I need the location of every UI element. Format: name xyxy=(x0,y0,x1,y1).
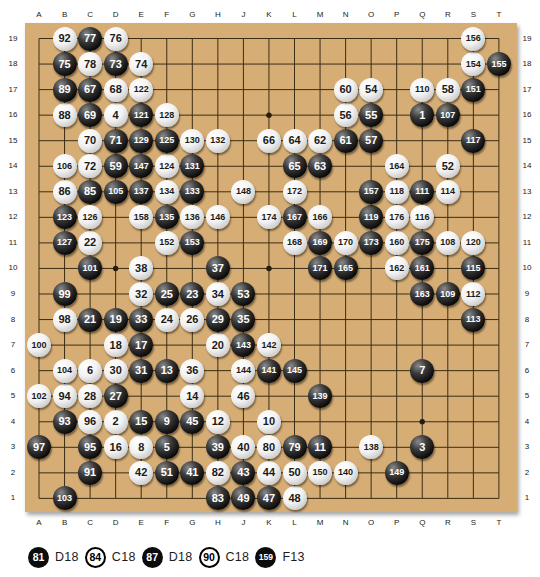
stone-P10[interactable]: 162 xyxy=(385,256,409,280)
caption-stone: 90 xyxy=(199,547,220,568)
stone-G8[interactable]: 26 xyxy=(180,308,204,332)
stone-move-number: 175 xyxy=(415,238,430,247)
stone-move-number: 133 xyxy=(185,187,200,196)
stone-move-number: 30 xyxy=(110,365,122,376)
coord-label: 17 xyxy=(517,85,537,95)
coord-label: G xyxy=(182,518,202,528)
stone-D18[interactable]: 73 xyxy=(104,52,128,76)
stone-C4[interactable]: 96 xyxy=(78,410,102,434)
stone-move-number: 139 xyxy=(313,392,328,401)
stone-E15[interactable]: 129 xyxy=(129,129,153,153)
stone-move-number: 61 xyxy=(339,135,351,146)
stone-move-number: 146 xyxy=(210,213,225,222)
coord-label: M xyxy=(310,518,330,528)
stone-N15[interactable]: 61 xyxy=(334,129,358,153)
stone-move-number: 166 xyxy=(313,213,328,222)
stone-L15[interactable]: 64 xyxy=(283,129,307,153)
stone-B12[interactable]: 123 xyxy=(53,205,77,229)
coord-label: 7 xyxy=(517,340,537,350)
stone-move-number: 154 xyxy=(466,60,481,69)
stone-move-number: 12 xyxy=(212,416,224,427)
coord-label: 1 xyxy=(517,493,537,503)
coord-label: J xyxy=(233,518,253,528)
stone-move-number: 85 xyxy=(84,186,96,197)
stone-move-number: 46 xyxy=(237,391,249,402)
stone-move-number: 132 xyxy=(210,136,225,145)
stone-move-number: 55 xyxy=(365,110,377,121)
stone-H8[interactable]: 29 xyxy=(206,308,230,332)
stone-move-number: 41 xyxy=(186,467,198,478)
stone-move-number: 5 xyxy=(164,442,170,453)
stone-H9[interactable]: 34 xyxy=(206,282,230,306)
stone-Q13[interactable]: 111 xyxy=(410,180,434,204)
caption-stone: 87 xyxy=(142,547,163,568)
stone-S17[interactable]: 151 xyxy=(461,78,485,102)
stone-move-number: 2 xyxy=(113,416,119,427)
stone-C6[interactable]: 6 xyxy=(78,359,102,383)
stone-P11[interactable]: 160 xyxy=(385,231,409,255)
stone-move-number: 129 xyxy=(134,136,149,145)
stone-move-number: 104 xyxy=(57,366,72,375)
stone-move-number: 158 xyxy=(134,213,149,222)
stone-move-number: 108 xyxy=(440,238,455,247)
stone-D13[interactable]: 105 xyxy=(104,180,128,204)
stone-move-number: 107 xyxy=(440,111,455,120)
coord-label: K xyxy=(259,10,279,20)
stone-L14[interactable]: 65 xyxy=(283,154,307,178)
stone-P12[interactable]: 176 xyxy=(385,205,409,229)
stone-move-number: 94 xyxy=(58,391,70,402)
stone-move-number: 3 xyxy=(419,442,425,453)
stone-move-number: 136 xyxy=(185,213,200,222)
stone-H2[interactable]: 82 xyxy=(206,461,230,485)
stone-J8[interactable]: 35 xyxy=(231,308,255,332)
stone-G4[interactable]: 45 xyxy=(180,410,204,434)
stone-move-number: 37 xyxy=(212,263,224,274)
stone-move-number: 50 xyxy=(288,467,300,478)
stone-move-number: 103 xyxy=(57,494,72,503)
stone-move-number: 126 xyxy=(83,213,98,222)
stone-move-number: 156 xyxy=(466,34,481,43)
stone-H3[interactable]: 39 xyxy=(206,435,230,459)
stone-R16[interactable]: 107 xyxy=(436,103,460,127)
stone-move-number: 144 xyxy=(236,366,251,375)
caption-coordinate: C18 xyxy=(226,550,250,564)
coord-label: M xyxy=(310,10,330,20)
stone-move-number: 83 xyxy=(212,493,224,504)
stone-move-number: 106 xyxy=(57,162,72,171)
stone-B8[interactable]: 98 xyxy=(53,308,77,332)
stone-A7[interactable]: 100 xyxy=(27,333,51,357)
stone-K2[interactable]: 44 xyxy=(257,461,281,485)
stone-move-number: 47 xyxy=(263,493,275,504)
stone-C11[interactable]: 22 xyxy=(78,231,102,255)
stone-B5[interactable]: 94 xyxy=(53,384,77,408)
coord-label: 8 xyxy=(517,315,537,325)
stone-move-number: 15 xyxy=(135,416,147,427)
caption-coordinate: D18 xyxy=(55,550,79,564)
stone-move-number: 143 xyxy=(236,341,251,350)
coord-label: R xyxy=(438,518,458,528)
stone-F9[interactable]: 25 xyxy=(155,282,179,306)
stone-move-number: 24 xyxy=(161,314,173,325)
stone-L1[interactable]: 48 xyxy=(283,486,307,510)
stone-move-number: 96 xyxy=(84,416,96,427)
coord-label: 10 xyxy=(3,263,23,273)
stone-G6[interactable]: 36 xyxy=(180,359,204,383)
stone-move-number: 32 xyxy=(135,289,147,300)
stone-move-number: 77 xyxy=(84,33,96,44)
stone-move-number: 79 xyxy=(288,442,300,453)
stone-move-number: 75 xyxy=(58,59,70,70)
stone-move-number: 157 xyxy=(364,187,379,196)
stone-M11[interactable]: 169 xyxy=(308,231,332,255)
stone-E4[interactable]: 15 xyxy=(129,410,153,434)
go-board[interactable]: 1234567891011121314151617181920212223242… xyxy=(25,23,517,512)
stone-move-number: 49 xyxy=(237,493,249,504)
stone-move-number: 71 xyxy=(110,135,122,146)
coord-label: Q xyxy=(412,518,432,528)
stone-N2[interactable]: 140 xyxy=(334,461,358,485)
stone-move-number: 69 xyxy=(84,110,96,121)
stone-R14[interactable]: 52 xyxy=(436,154,460,178)
stone-B19[interactable]: 92 xyxy=(53,27,77,51)
stone-move-number: 134 xyxy=(159,187,174,196)
stone-move-number: 14 xyxy=(186,391,198,402)
coord-label: R xyxy=(438,10,458,20)
stone-F4[interactable]: 9 xyxy=(155,410,179,434)
stone-N16[interactable]: 56 xyxy=(334,103,358,127)
coord-label: 13 xyxy=(3,187,23,197)
stone-F8[interactable]: 24 xyxy=(155,308,179,332)
stone-C15[interactable]: 70 xyxy=(78,129,102,153)
stone-D4[interactable]: 2 xyxy=(104,410,128,434)
stone-E9[interactable]: 32 xyxy=(129,282,153,306)
stone-D3[interactable]: 16 xyxy=(104,435,128,459)
stone-D6[interactable]: 30 xyxy=(104,359,128,383)
coord-label: 11 xyxy=(517,238,537,248)
stone-R11[interactable]: 108 xyxy=(436,231,460,255)
coord-label: S xyxy=(463,518,483,528)
coord-label: P xyxy=(387,10,407,20)
stone-B6[interactable]: 104 xyxy=(53,359,77,383)
stone-H7[interactable]: 20 xyxy=(206,333,230,357)
stone-move-number: 53 xyxy=(237,289,249,300)
stone-H15[interactable]: 132 xyxy=(206,129,230,153)
coord-label: H xyxy=(208,10,228,20)
stone-move-number: 9 xyxy=(164,416,170,427)
stone-move-number: 11 xyxy=(314,442,326,453)
coord-label: 19 xyxy=(517,34,537,44)
stone-K7[interactable]: 142 xyxy=(257,333,281,357)
stone-move-number: 152 xyxy=(159,238,174,247)
stone-move-number: 64 xyxy=(288,135,300,146)
stone-move-number: 8 xyxy=(138,442,144,453)
stone-B14[interactable]: 106 xyxy=(53,154,77,178)
stone-P14[interactable]: 164 xyxy=(385,154,409,178)
coord-label: 10 xyxy=(517,263,537,273)
stone-L11[interactable]: 168 xyxy=(283,231,307,255)
stone-move-number: 161 xyxy=(415,264,430,273)
stone-B9[interactable]: 99 xyxy=(53,282,77,306)
stone-D15[interactable]: 71 xyxy=(104,129,128,153)
stone-C8[interactable]: 21 xyxy=(78,308,102,332)
stone-O11[interactable]: 173 xyxy=(359,231,383,255)
stone-F14[interactable]: 124 xyxy=(155,154,179,178)
coord-label: 19 xyxy=(3,34,23,44)
stone-D19[interactable]: 76 xyxy=(104,27,128,51)
caption-coordinate: F13 xyxy=(282,550,304,564)
stone-O17[interactable]: 54 xyxy=(359,78,383,102)
stone-F16[interactable]: 128 xyxy=(155,103,179,127)
stone-P13[interactable]: 118 xyxy=(385,180,409,204)
stone-move-number: 151 xyxy=(466,85,481,94)
stone-T18[interactable]: 155 xyxy=(487,52,511,76)
stone-B17[interactable]: 89 xyxy=(53,78,77,102)
stone-move-number: 72 xyxy=(84,161,96,172)
stone-D5[interactable]: 27 xyxy=(104,384,128,408)
stone-move-number: 88 xyxy=(58,110,70,121)
stone-L3[interactable]: 79 xyxy=(283,435,307,459)
stone-move-number: 62 xyxy=(314,135,326,146)
stone-Q17[interactable]: 110 xyxy=(410,78,434,102)
stone-F2[interactable]: 51 xyxy=(155,461,179,485)
stone-move-number: 10 xyxy=(263,416,275,427)
stone-F12[interactable]: 135 xyxy=(155,205,179,229)
stone-R9[interactable]: 109 xyxy=(436,282,460,306)
stone-move-number: 38 xyxy=(135,263,147,274)
coord-label: C xyxy=(80,10,100,20)
stone-M2[interactable]: 150 xyxy=(308,461,332,485)
stone-move-number: 68 xyxy=(110,84,122,95)
stone-B11[interactable]: 127 xyxy=(53,231,77,255)
stone-move-number: 163 xyxy=(415,290,430,299)
stone-move-number: 121 xyxy=(134,111,149,120)
coord-label: 9 xyxy=(517,289,537,299)
stone-move-number: 13 xyxy=(161,365,173,376)
stone-D7[interactable]: 18 xyxy=(104,333,128,357)
stone-move-number: 173 xyxy=(364,238,379,247)
coord-label: 5 xyxy=(517,391,537,401)
stone-move-number: 19 xyxy=(110,314,122,325)
stone-K4[interactable]: 10 xyxy=(257,410,281,434)
stone-move-number: 122 xyxy=(134,85,149,94)
stone-R17[interactable]: 58 xyxy=(436,78,460,102)
stone-N11[interactable]: 170 xyxy=(334,231,358,255)
stone-move-number: 171 xyxy=(313,264,328,273)
coord-label: B xyxy=(55,10,75,20)
stone-move-number: 82 xyxy=(212,467,224,478)
caption-stone: 84 xyxy=(85,547,106,568)
stone-F13[interactable]: 134 xyxy=(155,180,179,204)
coord-label: 18 xyxy=(3,59,23,69)
stone-move-number: 21 xyxy=(84,314,96,325)
stone-S15[interactable]: 117 xyxy=(461,129,485,153)
stone-move-number: 149 xyxy=(389,468,404,477)
stone-move-number: 99 xyxy=(58,289,70,300)
ko-caption: 81D1884C1887D1890C18159F13 xyxy=(28,545,305,569)
stone-B1[interactable]: 103 xyxy=(53,486,77,510)
stone-K6[interactable]: 141 xyxy=(257,359,281,383)
stone-move-number: 44 xyxy=(263,467,275,478)
coord-label: 11 xyxy=(3,238,23,248)
coord-label: 2 xyxy=(517,468,537,478)
coord-label: 14 xyxy=(3,161,23,171)
stone-move-number: 105 xyxy=(108,187,123,196)
coord-label: J xyxy=(233,10,253,20)
stone-G2[interactable]: 41 xyxy=(180,461,204,485)
stone-move-number: 25 xyxy=(161,289,173,300)
stone-F3[interactable]: 5 xyxy=(155,435,179,459)
stone-move-number: 138 xyxy=(364,443,379,452)
stone-move-number: 172 xyxy=(287,187,302,196)
stone-move-number: 110 xyxy=(415,85,430,94)
stone-move-number: 93 xyxy=(58,416,70,427)
stone-move-number: 147 xyxy=(134,162,149,171)
stone-move-number: 170 xyxy=(338,238,353,247)
coord-label: 13 xyxy=(517,187,537,197)
stone-S8[interactable]: 113 xyxy=(461,308,485,332)
stone-C2[interactable]: 91 xyxy=(78,461,102,485)
stone-move-number: 73 xyxy=(110,59,122,70)
stone-move-number: 31 xyxy=(135,365,147,376)
stone-S19[interactable]: 156 xyxy=(461,27,485,51)
stone-N17[interactable]: 60 xyxy=(334,78,358,102)
stone-Q11[interactable]: 175 xyxy=(410,231,434,255)
stone-move-number: 109 xyxy=(440,290,455,299)
stone-E6[interactable]: 31 xyxy=(129,359,153,383)
stone-move-number: 56 xyxy=(339,110,351,121)
coord-label: 12 xyxy=(3,212,23,222)
stone-F15[interactable]: 125 xyxy=(155,129,179,153)
stone-B16[interactable]: 88 xyxy=(53,103,77,127)
stone-move-number: 91 xyxy=(84,467,96,478)
stone-L13[interactable]: 172 xyxy=(283,180,307,204)
stone-move-number: 176 xyxy=(389,213,404,222)
stone-E17[interactable]: 122 xyxy=(129,78,153,102)
stone-C13[interactable]: 85 xyxy=(78,180,102,204)
stone-K15[interactable]: 66 xyxy=(257,129,281,153)
stone-E8[interactable]: 33 xyxy=(129,308,153,332)
stone-move-number: 40 xyxy=(237,442,249,453)
coord-label: C xyxy=(80,518,100,528)
stone-move-number: 66 xyxy=(263,135,275,146)
coord-label: 9 xyxy=(3,289,23,299)
stone-move-number: 59 xyxy=(110,161,122,172)
stone-move-number: 78 xyxy=(84,59,96,70)
coord-label: S xyxy=(463,10,483,20)
stone-move-number: 70 xyxy=(84,135,96,146)
stone-move-number: 119 xyxy=(364,213,379,222)
stone-L6[interactable]: 145 xyxy=(283,359,307,383)
stone-move-number: 18 xyxy=(110,340,122,351)
coord-label: 16 xyxy=(517,110,537,120)
stone-move-number: 26 xyxy=(186,314,198,325)
coord-label: 5 xyxy=(3,391,23,401)
coord-label: G xyxy=(182,10,202,20)
coord-label: 18 xyxy=(517,59,537,69)
stone-G15[interactable]: 130 xyxy=(180,129,204,153)
stone-move-number: 135 xyxy=(159,213,174,222)
stone-move-number: 125 xyxy=(159,136,174,145)
stone-J6[interactable]: 144 xyxy=(231,359,255,383)
stone-move-number: 131 xyxy=(185,162,200,171)
stone-move-number: 145 xyxy=(287,366,302,375)
stone-move-number: 160 xyxy=(389,238,404,247)
stone-move-number: 140 xyxy=(338,468,353,477)
stone-D8[interactable]: 19 xyxy=(104,308,128,332)
stone-move-number: 20 xyxy=(212,340,224,351)
stone-F11[interactable]: 152 xyxy=(155,231,179,255)
stone-R13[interactable]: 114 xyxy=(436,180,460,204)
stone-move-number: 115 xyxy=(466,264,481,273)
stone-D14[interactable]: 59 xyxy=(104,154,128,178)
stone-M15[interactable]: 62 xyxy=(308,129,332,153)
coord-label: 3 xyxy=(3,442,23,452)
stone-B13[interactable]: 86 xyxy=(53,180,77,204)
stone-move-number: 7 xyxy=(419,365,425,376)
stone-move-number: 86 xyxy=(58,186,70,197)
stone-move-number: 45 xyxy=(186,416,198,427)
stone-move-number: 54 xyxy=(365,84,377,95)
stone-D16[interactable]: 4 xyxy=(104,103,128,127)
stone-move-number: 165 xyxy=(338,264,353,273)
stone-C17[interactable]: 67 xyxy=(78,78,102,102)
coord-label: N xyxy=(336,10,356,20)
stone-C19[interactable]: 77 xyxy=(78,27,102,51)
coord-label: 12 xyxy=(517,212,537,222)
stone-O13[interactable]: 157 xyxy=(359,180,383,204)
coord-label: F xyxy=(157,518,177,528)
stone-move-number: 51 xyxy=(161,467,173,478)
stone-O15[interactable]: 57 xyxy=(359,129,383,153)
stone-G13[interactable]: 133 xyxy=(180,180,204,204)
coord-label: 15 xyxy=(3,136,23,146)
stone-H4[interactable]: 12 xyxy=(206,410,230,434)
stone-B4[interactable]: 93 xyxy=(53,410,77,434)
coord-label: L xyxy=(285,10,305,20)
coord-label: F xyxy=(157,10,177,20)
stone-N10[interactable]: 165 xyxy=(334,256,358,280)
stone-move-number: 123 xyxy=(57,213,72,222)
coord-label: D xyxy=(106,10,126,20)
stone-E2[interactable]: 42 xyxy=(129,461,153,485)
stone-move-number: 148 xyxy=(236,187,251,196)
coord-label: 2 xyxy=(3,468,23,478)
stone-F6[interactable]: 13 xyxy=(155,359,179,383)
stone-D17[interactable]: 68 xyxy=(104,78,128,102)
stone-move-number: 164 xyxy=(389,162,404,171)
stone-A5[interactable]: 102 xyxy=(27,384,51,408)
stone-L2[interactable]: 50 xyxy=(283,461,307,485)
stone-move-number: 174 xyxy=(261,213,276,222)
coord-label: 4 xyxy=(517,417,537,427)
stone-move-number: 114 xyxy=(441,187,456,196)
stone-L12[interactable]: 167 xyxy=(283,205,307,229)
stone-E13[interactable]: 137 xyxy=(129,180,153,204)
stone-move-number: 117 xyxy=(466,136,481,145)
stone-Q6[interactable]: 7 xyxy=(410,359,434,383)
stone-P2[interactable]: 149 xyxy=(385,461,409,485)
stone-C18[interactable]: 78 xyxy=(78,52,102,76)
stone-move-number: 102 xyxy=(31,392,46,401)
stone-B18[interactable]: 75 xyxy=(53,52,77,76)
stone-move-number: 42 xyxy=(135,467,147,478)
coord-label: 6 xyxy=(517,366,537,376)
stone-move-number: 116 xyxy=(415,213,430,222)
stone-move-number: 127 xyxy=(57,238,72,247)
coord-label: A xyxy=(29,518,49,528)
